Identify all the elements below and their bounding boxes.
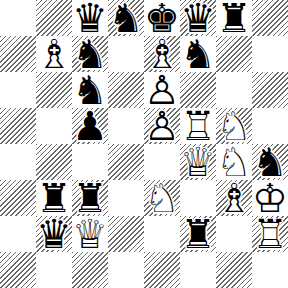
square-f1[interactable] — [180, 252, 216, 288]
piece-glyph: ♛ — [36, 216, 72, 252]
square-d1[interactable] — [108, 252, 144, 288]
square-b7[interactable]: ♝♗ — [36, 36, 72, 72]
piece-glyph: ♟ — [72, 108, 108, 144]
square-d5[interactable] — [108, 108, 144, 144]
piece-glyph: ♗ — [216, 180, 252, 216]
square-a6[interactable] — [0, 72, 36, 108]
square-a8[interactable] — [0, 0, 36, 36]
square-a1[interactable] — [0, 252, 36, 288]
square-e3[interactable]: ♞♘ — [144, 180, 180, 216]
square-a7[interactable] — [0, 36, 36, 72]
black-rook-piece: ♜♜ — [216, 0, 252, 36]
piece-glyph: ♕ — [72, 216, 108, 252]
square-d3[interactable] — [108, 180, 144, 216]
square-h7[interactable] — [252, 36, 288, 72]
square-h1[interactable] — [252, 252, 288, 288]
square-b6[interactable] — [36, 72, 72, 108]
square-g8[interactable]: ♜♜ — [216, 0, 252, 36]
square-h6[interactable] — [252, 72, 288, 108]
piece-glyph: ♙ — [144, 108, 180, 144]
black-pawn-piece: ♟♟ — [72, 108, 108, 144]
square-b1[interactable] — [36, 252, 72, 288]
square-a5[interactable] — [0, 108, 36, 144]
square-a2[interactable] — [0, 216, 36, 252]
square-c5[interactable]: ♟♟ — [72, 108, 108, 144]
square-h8[interactable] — [252, 0, 288, 36]
black-knight-piece: ♞♞ — [180, 36, 216, 72]
square-e2[interactable] — [144, 216, 180, 252]
square-h2[interactable]: ♜♖ — [252, 216, 288, 252]
square-d6[interactable] — [108, 72, 144, 108]
square-d7[interactable] — [108, 36, 144, 72]
square-f4[interactable]: ♛♕ — [180, 144, 216, 180]
white-queen-piece: ♛♕ — [180, 144, 216, 180]
black-knight-piece: ♞♞ — [108, 0, 144, 36]
piece-glyph: ♞ — [108, 0, 144, 36]
white-queen-piece: ♛♕ — [72, 216, 108, 252]
square-f2[interactable]: ♜♜ — [180, 216, 216, 252]
square-c2[interactable]: ♛♕ — [72, 216, 108, 252]
square-e5[interactable]: ♟♙ — [144, 108, 180, 144]
square-e1[interactable] — [144, 252, 180, 288]
piece-glyph: ♘ — [144, 180, 180, 216]
square-g7[interactable] — [216, 36, 252, 72]
piece-glyph: ♜ — [180, 216, 216, 252]
white-knight-piece: ♞♘ — [144, 180, 180, 216]
square-a4[interactable] — [0, 144, 36, 180]
square-g3[interactable]: ♝♗ — [216, 180, 252, 216]
square-a3[interactable] — [0, 180, 36, 216]
piece-glyph: ♗ — [36, 36, 72, 72]
square-b5[interactable] — [36, 108, 72, 144]
square-d4[interactable] — [108, 144, 144, 180]
square-d8[interactable]: ♞♞ — [108, 0, 144, 36]
white-pawn-piece: ♟♙ — [144, 108, 180, 144]
chess-board: ♛♛♞♞♚♚♛♛♜♜♝♗♞♞♝♗♞♞♞♞♟♙♟♟♟♙♜♖♞♘♛♕♞♘♞♞♜♜♜♜… — [0, 0, 288, 288]
square-f7[interactable]: ♞♞ — [180, 36, 216, 72]
white-rook-piece: ♜♖ — [252, 216, 288, 252]
piece-glyph: ♖ — [252, 216, 288, 252]
piece-glyph: ♕ — [180, 144, 216, 180]
square-g2[interactable] — [216, 216, 252, 252]
black-rook-piece: ♜♜ — [180, 216, 216, 252]
square-c1[interactable] — [72, 252, 108, 288]
white-bishop-piece: ♝♗ — [216, 180, 252, 216]
black-queen-piece: ♛♛ — [36, 216, 72, 252]
square-g1[interactable] — [216, 252, 252, 288]
piece-glyph: ♜ — [216, 0, 252, 36]
square-b2[interactable]: ♛♛ — [36, 216, 72, 252]
white-bishop-piece: ♝♗ — [36, 36, 72, 72]
square-d2[interactable] — [108, 216, 144, 252]
piece-glyph: ♞ — [180, 36, 216, 72]
